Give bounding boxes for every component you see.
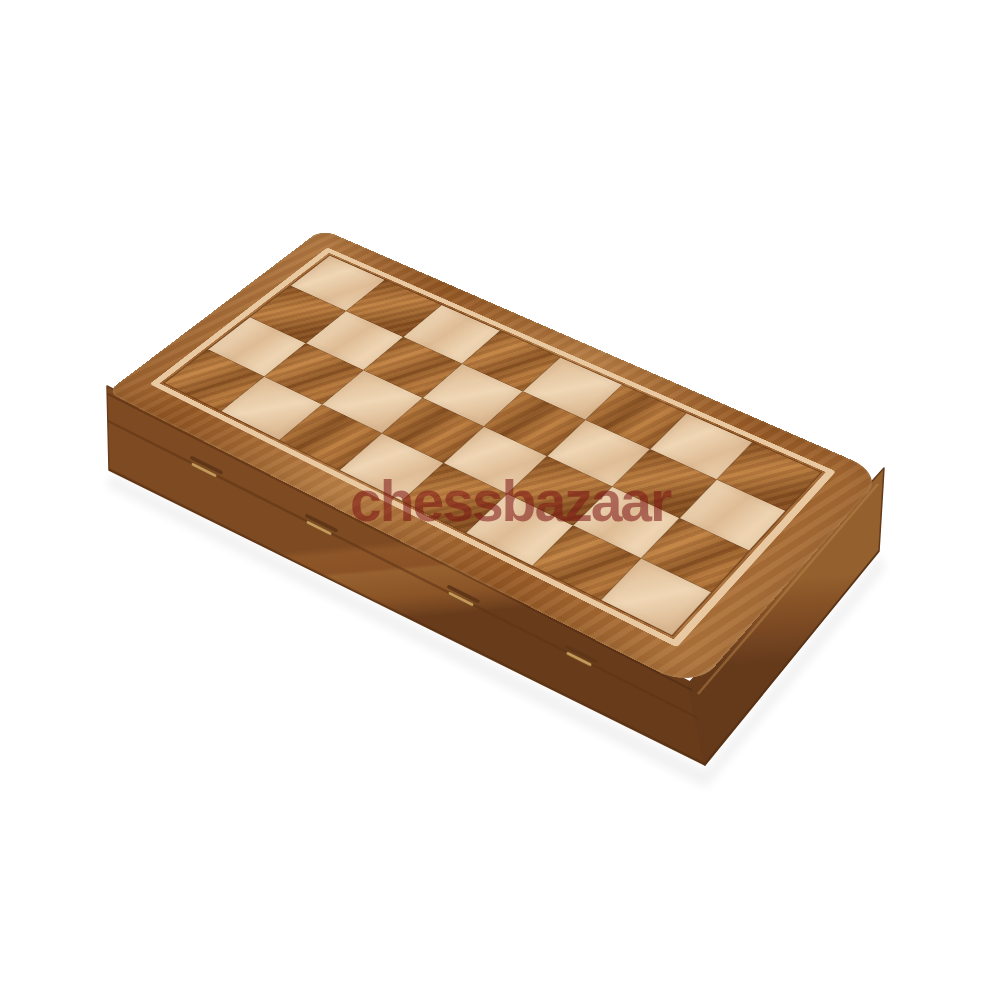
product-photo-scene: chessbazaar bbox=[0, 0, 1000, 1000]
watermark: chessbazaar bbox=[350, 468, 670, 534]
